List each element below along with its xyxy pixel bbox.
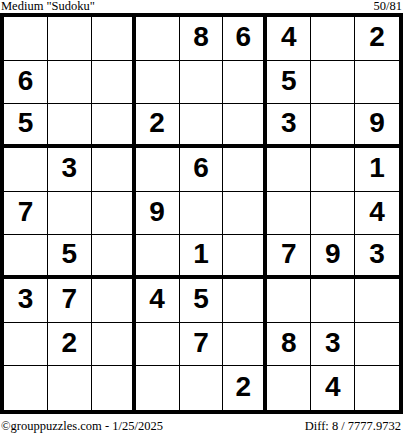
cell-r2c4[interactable]	[136, 61, 180, 105]
cell-r7c4: 4	[136, 279, 180, 323]
cell-r6c7: 7	[267, 235, 311, 279]
cell-r6c1[interactable]	[4, 235, 48, 279]
difficulty-rating: Diff: 8 / 7777.9732	[305, 419, 401, 434]
cell-r7c8[interactable]	[311, 279, 355, 323]
cell-r6c8: 9	[311, 235, 355, 279]
cell-r1c5: 8	[180, 17, 224, 61]
cell-r9c6: 2	[223, 366, 267, 410]
cell-r9c2[interactable]	[48, 366, 92, 410]
cell-r5c7[interactable]	[267, 192, 311, 236]
puzzle-footer: ©grouppuzzles.com - 1/25/2025 Diff: 8 / …	[0, 414, 403, 437]
sudoku-board: 8642655239361794517933745278324	[0, 13, 403, 414]
empty-cell-counter: 50/81	[374, 0, 402, 12]
cell-r9c7[interactable]	[267, 366, 311, 410]
cell-r7c5: 5	[180, 279, 224, 323]
puzzle-title: Medium "Sudoku"	[1, 0, 95, 12]
cell-r3c1: 5	[4, 104, 48, 148]
cell-r5c6[interactable]	[223, 192, 267, 236]
cell-r6c4[interactable]	[136, 235, 180, 279]
cell-r8c2: 2	[48, 323, 92, 367]
cell-r9c4[interactable]	[136, 366, 180, 410]
cell-r5c1: 7	[4, 192, 48, 236]
cell-r7c2: 7	[48, 279, 92, 323]
cell-r3c7: 3	[267, 104, 311, 148]
cell-r8c3[interactable]	[92, 323, 136, 367]
cell-r2c6[interactable]	[223, 61, 267, 105]
cell-r2c9[interactable]	[355, 61, 399, 105]
cell-r4c3[interactable]	[92, 148, 136, 192]
cell-r7c9[interactable]	[355, 279, 399, 323]
cell-r4c7[interactable]	[267, 148, 311, 192]
cell-r4c9: 1	[355, 148, 399, 192]
cell-r6c2: 5	[48, 235, 92, 279]
cell-r1c2[interactable]	[48, 17, 92, 61]
cell-r5c8[interactable]	[311, 192, 355, 236]
cell-r1c7: 4	[267, 17, 311, 61]
cell-r1c6: 6	[223, 17, 267, 61]
copyright-credit: ©grouppuzzles.com - 1/25/2025	[1, 419, 163, 434]
cell-r8c1[interactable]	[4, 323, 48, 367]
cell-r4c6[interactable]	[223, 148, 267, 192]
cell-r1c9: 2	[355, 17, 399, 61]
cell-r6c3[interactable]	[92, 235, 136, 279]
cell-r3c3[interactable]	[92, 104, 136, 148]
cell-r5c4: 9	[136, 192, 180, 236]
cell-r2c8[interactable]	[311, 61, 355, 105]
cell-r9c8: 4	[311, 366, 355, 410]
cell-r6c5: 1	[180, 235, 224, 279]
cell-r8c9[interactable]	[355, 323, 399, 367]
cell-r3c5[interactable]	[180, 104, 224, 148]
cell-r1c4[interactable]	[136, 17, 180, 61]
cell-r4c5: 6	[180, 148, 224, 192]
cell-r3c4: 2	[136, 104, 180, 148]
cell-r6c6[interactable]	[223, 235, 267, 279]
cell-r4c8[interactable]	[311, 148, 355, 192]
cell-r9c9[interactable]	[355, 366, 399, 410]
puzzle-header: Medium "Sudoku" 50/81	[0, 0, 403, 13]
cell-r2c3[interactable]	[92, 61, 136, 105]
cell-r7c3[interactable]	[92, 279, 136, 323]
cell-r3c2[interactable]	[48, 104, 92, 148]
cell-r9c5[interactable]	[180, 366, 224, 410]
cell-r2c5[interactable]	[180, 61, 224, 105]
cell-r8c5: 7	[180, 323, 224, 367]
cell-r4c4[interactable]	[136, 148, 180, 192]
cell-r1c1[interactable]	[4, 17, 48, 61]
cell-r8c7: 8	[267, 323, 311, 367]
cell-r2c2[interactable]	[48, 61, 92, 105]
cell-r1c8[interactable]	[311, 17, 355, 61]
cell-r2c7: 5	[267, 61, 311, 105]
cell-r5c9: 4	[355, 192, 399, 236]
cell-r7c7[interactable]	[267, 279, 311, 323]
cell-r3c8[interactable]	[311, 104, 355, 148]
cell-r5c2[interactable]	[48, 192, 92, 236]
cell-r5c3[interactable]	[92, 192, 136, 236]
cell-r1c3[interactable]	[92, 17, 136, 61]
cell-r8c8: 3	[311, 323, 355, 367]
cell-r8c6[interactable]	[223, 323, 267, 367]
cell-r9c1[interactable]	[4, 366, 48, 410]
cell-r4c2: 3	[48, 148, 92, 192]
cell-r3c9: 9	[355, 104, 399, 148]
cell-r4c1[interactable]	[4, 148, 48, 192]
cell-r5c5[interactable]	[180, 192, 224, 236]
cell-r3c6[interactable]	[223, 104, 267, 148]
cell-r2c1: 6	[4, 61, 48, 105]
cell-r7c6[interactable]	[223, 279, 267, 323]
cell-r8c4[interactable]	[136, 323, 180, 367]
cell-r9c3[interactable]	[92, 366, 136, 410]
cell-r6c9: 3	[355, 235, 399, 279]
cell-r7c1: 3	[4, 279, 48, 323]
